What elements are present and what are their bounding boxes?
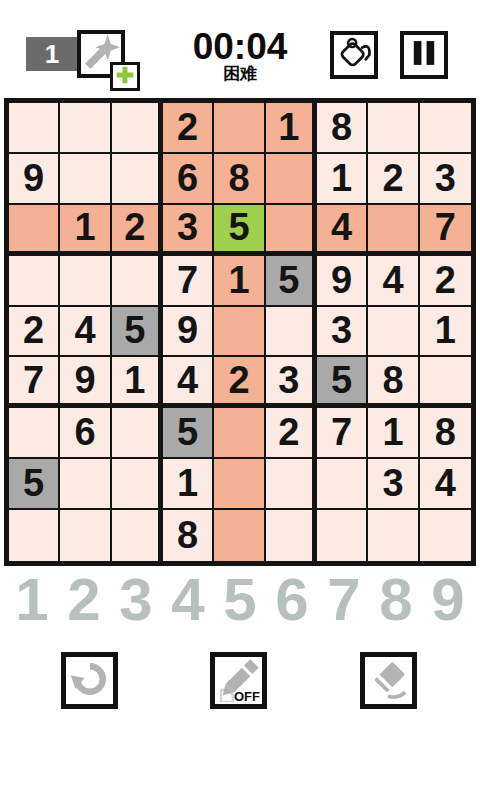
sudoku-cell-r8c6[interactable] bbox=[266, 459, 317, 510]
eraser-icon bbox=[367, 657, 411, 705]
sudoku-cell-r4c9[interactable]: 2 bbox=[420, 256, 471, 307]
sudoku-cell-r9c9[interactable] bbox=[420, 510, 471, 561]
sudoku-cell-r7c3[interactable] bbox=[112, 408, 163, 459]
sudoku-cell-r8c4[interactable]: 1 bbox=[163, 459, 214, 510]
sudoku-cell-r8c8[interactable]: 3 bbox=[368, 459, 419, 510]
sudoku-cell-r6c8[interactable]: 8 bbox=[368, 357, 419, 408]
sudoku-cell-r4c5[interactable]: 1 bbox=[214, 256, 265, 307]
sudoku-cell-r8c7[interactable] bbox=[317, 459, 368, 510]
sudoku-cell-r6c3[interactable]: 1 bbox=[112, 357, 163, 408]
numpad-digit-4[interactable]: 4 bbox=[162, 570, 214, 630]
sudoku-cell-r8c9[interactable]: 4 bbox=[420, 459, 471, 510]
sudoku-cell-r4c4[interactable]: 7 bbox=[163, 256, 214, 307]
pause-icon bbox=[407, 36, 441, 74]
numpad-digit-3[interactable]: 3 bbox=[110, 570, 162, 630]
sudoku-cell-r5c7[interactable]: 3 bbox=[317, 307, 368, 358]
sudoku-cell-r9c5[interactable] bbox=[214, 510, 265, 561]
sudoku-cell-r8c1[interactable]: 5 bbox=[9, 459, 60, 510]
sudoku-cell-r7c7[interactable]: 7 bbox=[317, 408, 368, 459]
undo-icon bbox=[69, 658, 111, 704]
sudoku-cell-r7c6[interactable]: 2 bbox=[266, 408, 317, 459]
sudoku-cell-r4c3[interactable] bbox=[112, 256, 163, 307]
sudoku-cell-r8c2[interactable] bbox=[60, 459, 111, 510]
sudoku-cell-r3c7[interactable]: 4 bbox=[317, 205, 368, 256]
sudoku-cell-r3c9[interactable]: 7 bbox=[420, 205, 471, 256]
hint-count-badge: 1 bbox=[26, 37, 78, 71]
sudoku-cell-r1c2[interactable] bbox=[60, 103, 111, 154]
sudoku-cell-r1c1[interactable] bbox=[9, 103, 60, 154]
sudoku-cell-r7c9[interactable]: 8 bbox=[420, 408, 471, 459]
sudoku-cell-r4c6[interactable]: 5 bbox=[266, 256, 317, 307]
sudoku-cell-r3c8[interactable] bbox=[368, 205, 419, 256]
numpad-digit-8[interactable]: 8 bbox=[370, 570, 422, 630]
sudoku-cell-r6c6[interactable]: 3 bbox=[266, 357, 317, 408]
sudoku-cell-r3c6[interactable] bbox=[266, 205, 317, 256]
sudoku-cell-r3c2[interactable]: 1 bbox=[60, 205, 111, 256]
pencil-mode-button[interactable]: OFF bbox=[210, 652, 267, 709]
sudoku-cell-r3c4[interactable]: 3 bbox=[163, 205, 214, 256]
numpad-digit-6[interactable]: 6 bbox=[266, 570, 318, 630]
timer: 00:04 bbox=[150, 28, 330, 65]
sudoku-cell-r2c2[interactable] bbox=[60, 154, 111, 205]
sudoku-cell-r1c3[interactable] bbox=[112, 103, 163, 154]
add-hint-button[interactable] bbox=[110, 62, 140, 91]
sudoku-cell-r2c7[interactable]: 1 bbox=[317, 154, 368, 205]
sudoku-cell-r2c3[interactable] bbox=[112, 154, 163, 205]
sudoku-cell-r7c8[interactable]: 1 bbox=[368, 408, 419, 459]
sudoku-cell-r7c5[interactable] bbox=[214, 408, 265, 459]
sudoku-cell-r5c6[interactable] bbox=[266, 307, 317, 358]
sudoku-cell-r9c8[interactable] bbox=[368, 510, 419, 561]
sudoku-cell-r9c2[interactable] bbox=[60, 510, 111, 561]
numpad-digit-9[interactable]: 9 bbox=[422, 570, 474, 630]
sudoku-cell-r4c8[interactable]: 4 bbox=[368, 256, 419, 307]
sudoku-cell-r2c8[interactable]: 2 bbox=[368, 154, 419, 205]
numpad-digit-1[interactable]: 1 bbox=[6, 570, 58, 630]
sudoku-cell-r3c5[interactable]: 5 bbox=[214, 205, 265, 256]
sudoku-cell-r9c7[interactable] bbox=[317, 510, 368, 561]
eraser-button[interactable] bbox=[360, 652, 417, 709]
sudoku-cell-r5c5[interactable] bbox=[214, 307, 265, 358]
sudoku-cell-r8c5[interactable] bbox=[214, 459, 265, 510]
sudoku-cell-r7c2[interactable]: 6 bbox=[60, 408, 111, 459]
sudoku-app-screen: 1 00:04 困难 bbox=[0, 0, 480, 800]
pause-button[interactable] bbox=[400, 31, 448, 79]
sudoku-cell-r1c6[interactable]: 1 bbox=[266, 103, 317, 154]
sudoku-cell-r9c1[interactable] bbox=[9, 510, 60, 561]
sudoku-cell-r1c9[interactable] bbox=[420, 103, 471, 154]
sudoku-cell-r3c1[interactable] bbox=[9, 205, 60, 256]
plus-icon bbox=[115, 65, 135, 89]
sudoku-cell-r7c4[interactable]: 5 bbox=[163, 408, 214, 459]
sudoku-cell-r9c3[interactable] bbox=[112, 510, 163, 561]
sudoku-cell-r5c3[interactable]: 5 bbox=[112, 307, 163, 358]
undo-button[interactable] bbox=[61, 652, 118, 709]
sudoku-cell-r9c4[interactable]: 8 bbox=[163, 510, 214, 561]
sudoku-cell-r7c1[interactable] bbox=[9, 408, 60, 459]
sudoku-cell-r2c1[interactable]: 9 bbox=[9, 154, 60, 205]
sudoku-cell-r4c1[interactable] bbox=[9, 256, 60, 307]
sudoku-cell-r3c3[interactable]: 2 bbox=[112, 205, 163, 256]
sudoku-cell-r1c5[interactable] bbox=[214, 103, 265, 154]
numpad-digit-5[interactable]: 5 bbox=[214, 570, 266, 630]
theme-fill-button[interactable] bbox=[330, 31, 378, 79]
sudoku-cell-r5c1[interactable]: 2 bbox=[9, 307, 60, 358]
sudoku-cell-r2c5[interactable]: 8 bbox=[214, 154, 265, 205]
sudoku-cell-r8c3[interactable] bbox=[112, 459, 163, 510]
sudoku-cell-r5c9[interactable]: 1 bbox=[420, 307, 471, 358]
difficulty-label: 困难 bbox=[150, 65, 330, 84]
sudoku-cell-r1c7[interactable]: 8 bbox=[317, 103, 368, 154]
numpad-digit-7[interactable]: 7 bbox=[318, 570, 370, 630]
sudoku-cell-r2c6[interactable] bbox=[266, 154, 317, 205]
sudoku-cell-r4c2[interactable] bbox=[60, 256, 111, 307]
sudoku-cell-r5c2[interactable]: 4 bbox=[60, 307, 111, 358]
sudoku-board: 2189681231235477159422459317914235865271… bbox=[4, 98, 476, 566]
timer-block: 00:04 困难 bbox=[150, 28, 330, 84]
sudoku-cell-r2c4[interactable]: 6 bbox=[163, 154, 214, 205]
sudoku-cell-r6c5[interactable]: 2 bbox=[214, 357, 265, 408]
paint-bucket-icon bbox=[335, 34, 373, 76]
sudoku-cell-r5c8[interactable] bbox=[368, 307, 419, 358]
sudoku-cell-r6c7[interactable]: 5 bbox=[317, 357, 368, 408]
sudoku-cell-r1c8[interactable] bbox=[368, 103, 419, 154]
sudoku-cell-r6c4[interactable]: 4 bbox=[163, 357, 214, 408]
pencil-state-label: OFF bbox=[234, 689, 260, 704]
sudoku-cell-r5c4[interactable]: 9 bbox=[163, 307, 214, 358]
numpad-digit-2[interactable]: 2 bbox=[58, 570, 110, 630]
numpad: 123456789 bbox=[6, 570, 474, 630]
sudoku-cell-r6c1[interactable]: 7 bbox=[9, 357, 60, 408]
sudoku-cell-r6c2[interactable]: 9 bbox=[60, 357, 111, 408]
sudoku-cell-r4c7[interactable]: 9 bbox=[317, 256, 368, 307]
sudoku-cell-r2c9[interactable]: 3 bbox=[420, 154, 471, 205]
sudoku-cell-r9c6[interactable] bbox=[266, 510, 317, 561]
sudoku-cell-r1c4[interactable]: 2 bbox=[163, 103, 214, 154]
sudoku-cell-r6c9[interactable] bbox=[420, 357, 471, 408]
